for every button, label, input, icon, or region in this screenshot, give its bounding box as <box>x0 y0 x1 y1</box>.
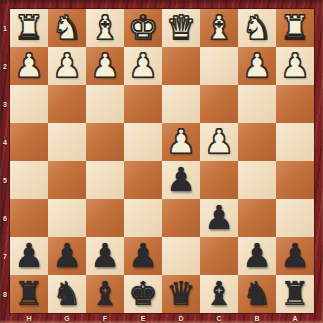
square-b3[interactable] <box>238 85 276 123</box>
square-f6[interactable] <box>86 199 124 237</box>
square-g2[interactable]: ♟ <box>48 47 86 85</box>
square-h1[interactable]: ♜ <box>10 9 48 47</box>
black-pawn[interactable]: ♟ <box>14 237 44 275</box>
square-f5[interactable] <box>86 161 124 199</box>
white-knight[interactable]: ♞ <box>242 9 272 47</box>
square-a3[interactable] <box>276 85 314 123</box>
square-b8[interactable]: ♞ <box>238 275 276 313</box>
square-h5[interactable] <box>10 161 48 199</box>
square-g1[interactable]: ♞ <box>48 9 86 47</box>
square-f1[interactable]: ♝ <box>86 9 124 47</box>
square-d5[interactable]: ♟ <box>162 161 200 199</box>
rank-label: 6 <box>0 199 10 237</box>
white-rook[interactable]: ♜ <box>280 9 310 47</box>
square-g7[interactable]: ♟ <box>48 237 86 275</box>
file-label: B <box>238 313 276 323</box>
rank-label: 3 <box>0 85 10 123</box>
white-bishop[interactable]: ♝ <box>204 9 234 47</box>
square-d6[interactable] <box>162 199 200 237</box>
square-a8[interactable]: ♜ <box>276 275 314 313</box>
white-pawn[interactable]: ♟ <box>52 47 82 85</box>
square-f8[interactable]: ♝ <box>86 275 124 313</box>
black-king[interactable]: ♚ <box>128 275 158 313</box>
rank-label: 4 <box>0 123 10 161</box>
square-a1[interactable]: ♜ <box>276 9 314 47</box>
rank-label: 8 <box>0 275 10 313</box>
rank-label: 2 <box>0 47 10 85</box>
black-knight[interactable]: ♞ <box>52 275 82 313</box>
black-rook[interactable]: ♜ <box>14 275 44 313</box>
square-b1[interactable]: ♞ <box>238 9 276 47</box>
square-f4[interactable] <box>86 123 124 161</box>
white-pawn[interactable]: ♟ <box>204 123 234 161</box>
chess-board: ♜♞♝♚♛♝♞♜♟♟♟♟♟♟♟♟♟♟♟♟♟♟♟♟♜♞♝♚♛♝♞♜ <box>10 9 314 313</box>
square-e4[interactable] <box>124 123 162 161</box>
square-d4[interactable]: ♟ <box>162 123 200 161</box>
white-pawn[interactable]: ♟ <box>90 47 120 85</box>
file-label: D <box>162 313 200 323</box>
file-labels: HGFEDCBA <box>10 313 314 323</box>
square-h4[interactable] <box>10 123 48 161</box>
square-c6[interactable]: ♟ <box>200 199 238 237</box>
black-pawn[interactable]: ♟ <box>280 237 310 275</box>
black-pawn[interactable]: ♟ <box>242 237 272 275</box>
square-c7[interactable] <box>200 237 238 275</box>
file-label: E <box>124 313 162 323</box>
square-c8[interactable]: ♝ <box>200 275 238 313</box>
square-e8[interactable]: ♚ <box>124 275 162 313</box>
square-h7[interactable]: ♟ <box>10 237 48 275</box>
square-b7[interactable]: ♟ <box>238 237 276 275</box>
white-pawn[interactable]: ♟ <box>280 47 310 85</box>
square-b2[interactable]: ♟ <box>238 47 276 85</box>
white-pawn[interactable]: ♟ <box>166 123 196 161</box>
square-g5[interactable] <box>48 161 86 199</box>
black-pawn[interactable]: ♟ <box>204 199 234 237</box>
file-label: A <box>276 313 314 323</box>
white-king[interactable]: ♚ <box>128 9 158 47</box>
file-label: H <box>10 313 48 323</box>
square-g4[interactable] <box>48 123 86 161</box>
square-c3[interactable] <box>200 85 238 123</box>
square-f2[interactable]: ♟ <box>86 47 124 85</box>
square-e6[interactable] <box>124 199 162 237</box>
square-c1[interactable]: ♝ <box>200 9 238 47</box>
square-c4[interactable]: ♟ <box>200 123 238 161</box>
square-e5[interactable] <box>124 161 162 199</box>
square-h6[interactable] <box>10 199 48 237</box>
white-pawn[interactable]: ♟ <box>128 47 158 85</box>
rank-label: 7 <box>0 237 10 275</box>
square-a5[interactable] <box>276 161 314 199</box>
black-bishop[interactable]: ♝ <box>90 275 120 313</box>
black-bishop[interactable]: ♝ <box>204 275 234 313</box>
square-b4[interactable] <box>238 123 276 161</box>
white-queen[interactable]: ♛ <box>166 9 196 47</box>
file-label: C <box>200 313 238 323</box>
white-rook[interactable]: ♜ <box>14 9 44 47</box>
square-h3[interactable] <box>10 85 48 123</box>
rank-label: 1 <box>0 9 10 47</box>
black-pawn[interactable]: ♟ <box>90 237 120 275</box>
square-h2[interactable]: ♟ <box>10 47 48 85</box>
square-e3[interactable] <box>124 85 162 123</box>
square-e2[interactable]: ♟ <box>124 47 162 85</box>
square-h8[interactable]: ♜ <box>10 275 48 313</box>
white-pawn[interactable]: ♟ <box>242 47 272 85</box>
square-f3[interactable] <box>86 85 124 123</box>
square-a4[interactable] <box>276 123 314 161</box>
square-c2[interactable] <box>200 47 238 85</box>
black-pawn[interactable]: ♟ <box>128 237 158 275</box>
black-queen[interactable]: ♛ <box>166 275 196 313</box>
square-a7[interactable]: ♟ <box>276 237 314 275</box>
square-d7[interactable] <box>162 237 200 275</box>
square-b5[interactable] <box>238 161 276 199</box>
square-d2[interactable] <box>162 47 200 85</box>
square-b6[interactable] <box>238 199 276 237</box>
square-g3[interactable] <box>48 85 86 123</box>
square-d3[interactable] <box>162 85 200 123</box>
black-pawn[interactable]: ♟ <box>52 237 82 275</box>
black-knight[interactable]: ♞ <box>242 275 272 313</box>
square-g6[interactable] <box>48 199 86 237</box>
black-pawn[interactable]: ♟ <box>166 161 196 199</box>
square-a6[interactable] <box>276 199 314 237</box>
square-g8[interactable]: ♞ <box>48 275 86 313</box>
square-d8[interactable]: ♛ <box>162 275 200 313</box>
black-rook[interactable]: ♜ <box>280 275 310 313</box>
square-d1[interactable]: ♛ <box>162 9 200 47</box>
rank-label: 5 <box>0 161 10 199</box>
square-f7[interactable]: ♟ <box>86 237 124 275</box>
white-knight[interactable]: ♞ <box>52 9 82 47</box>
square-a2[interactable]: ♟ <box>276 47 314 85</box>
file-label: F <box>86 313 124 323</box>
chess-app: ♜♞♝♚♛♝♞♜♟♟♟♟♟♟♟♟♟♟♟♟♟♟♟♟♜♞♝♚♛♝♞♜ 1234567… <box>0 0 323 323</box>
file-label: G <box>48 313 86 323</box>
square-e7[interactable]: ♟ <box>124 237 162 275</box>
square-c5[interactable] <box>200 161 238 199</box>
square-e1[interactable]: ♚ <box>124 9 162 47</box>
white-pawn[interactable]: ♟ <box>14 47 44 85</box>
white-bishop[interactable]: ♝ <box>90 9 120 47</box>
rank-labels: 12345678 <box>0 9 10 313</box>
